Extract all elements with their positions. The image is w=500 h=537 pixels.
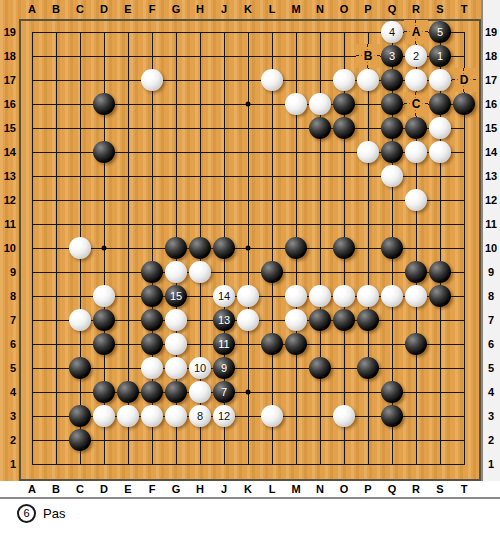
bottom-coordinate-label: L	[263, 483, 281, 496]
variation-letter-D[interactable]: D	[452, 68, 476, 92]
right-coordinate-label: 3	[483, 409, 499, 423]
top-coordinate-label: C	[71, 1, 89, 17]
bottom-coordinate-label: A	[23, 483, 41, 496]
stone-white	[405, 189, 427, 211]
stone-black	[93, 309, 115, 331]
stone-black	[381, 381, 403, 403]
right-coordinate-label: 8	[483, 289, 499, 303]
stone-white: 2	[405, 45, 427, 67]
stone-white: 4	[381, 21, 403, 43]
stone-black	[285, 333, 307, 355]
stone-black	[381, 117, 403, 139]
left-coordinate-label: 7	[0, 313, 16, 327]
stone-white	[405, 141, 427, 163]
stone-black	[93, 381, 115, 403]
bottom-coordinate-label: K	[239, 483, 257, 496]
left-coordinate-label: 4	[0, 385, 16, 399]
top-coordinate-label: D	[95, 1, 113, 17]
right-coordinate-label: 11	[483, 217, 499, 231]
stone-black	[69, 405, 91, 427]
stone-white	[285, 285, 307, 307]
top-coordinate-label: K	[239, 1, 257, 17]
left-coordinate-label: 14	[0, 145, 16, 159]
stone-white	[381, 285, 403, 307]
left-coordinate-label: 12	[0, 193, 16, 207]
stone-white	[165, 261, 187, 283]
move-number-label: 3	[381, 45, 403, 67]
grid-line-horizontal	[32, 440, 465, 441]
stone-black	[429, 261, 451, 283]
left-coordinate-label: 16	[0, 97, 16, 111]
top-coordinate-label: L	[263, 1, 281, 17]
stone-black	[405, 117, 427, 139]
stone-white	[189, 381, 211, 403]
stone-black: 5	[429, 21, 451, 43]
bottom-coordinate-label: T	[455, 483, 473, 496]
stone-black	[381, 141, 403, 163]
stone-black	[381, 93, 403, 115]
right-coordinate-label: 15	[483, 121, 499, 135]
move-number-label: 5	[429, 21, 451, 43]
stone-white	[141, 357, 163, 379]
move-number-label: 14	[213, 285, 235, 307]
top-coordinate-label: S	[431, 1, 449, 17]
right-coordinate-label: 13	[483, 169, 499, 183]
right-coordinate-label: 17	[483, 73, 499, 87]
pass-move-circle: 6	[17, 504, 36, 523]
stone-black	[309, 309, 331, 331]
variation-letter-label: C	[410, 98, 423, 111]
stone-white: 8	[189, 405, 211, 427]
go-board-window: 6 Pas ABCD45321151413111097812AABBCCDDEE…	[0, 0, 500, 537]
stone-black	[405, 333, 427, 355]
stone-black: 9	[213, 357, 235, 379]
stone-white	[93, 405, 115, 427]
stone-black: 15	[165, 285, 187, 307]
stone-black	[189, 237, 211, 259]
left-coordinate-label: 8	[0, 289, 16, 303]
left-coordinate-label: 5	[0, 361, 16, 375]
right-coordinate-label: 2	[483, 433, 499, 447]
pass-move-annotation: 6 Pas	[17, 503, 65, 523]
bottom-coordinate-label: Q	[383, 483, 401, 496]
stone-white: 14	[213, 285, 235, 307]
top-coordinate-label: H	[191, 1, 209, 17]
stone-black	[429, 285, 451, 307]
top-coordinate-label: E	[119, 1, 137, 17]
stone-white	[357, 141, 379, 163]
star-point	[246, 246, 251, 251]
right-coordinate-label: 7	[483, 313, 499, 327]
move-number-label: 7	[213, 381, 235, 403]
stone-black	[93, 333, 115, 355]
variation-letter-A[interactable]: A	[404, 20, 428, 44]
stone-black	[213, 237, 235, 259]
star-point	[246, 102, 251, 107]
stone-black	[93, 93, 115, 115]
variation-letter-B[interactable]: B	[356, 44, 380, 68]
stone-black: 7	[213, 381, 235, 403]
stone-black	[165, 237, 187, 259]
right-coordinate-label: 5	[483, 361, 499, 375]
variation-letter-label: D	[458, 74, 471, 87]
stone-black	[357, 309, 379, 331]
top-coordinate-label: N	[311, 1, 329, 17]
left-coordinate-label: 17	[0, 73, 16, 87]
move-number-label: 10	[189, 357, 211, 379]
stone-white	[429, 117, 451, 139]
right-coordinate-label: 19	[483, 25, 499, 39]
variation-letter-label: B	[362, 50, 375, 63]
bottom-coordinate-label: F	[143, 483, 161, 496]
right-coordinate-label: 16	[483, 97, 499, 111]
variation-letter-label: A	[410, 26, 423, 39]
right-coordinate-label: 4	[483, 385, 499, 399]
stone-black	[333, 237, 355, 259]
grid-line-vertical	[272, 32, 273, 465]
bottom-coordinate-label: C	[71, 483, 89, 496]
stone-white	[429, 69, 451, 91]
stone-black	[381, 69, 403, 91]
right-coordinate-label: 6	[483, 337, 499, 351]
move-number-label: 4	[381, 21, 403, 43]
stone-black	[357, 357, 379, 379]
stone-black	[261, 261, 283, 283]
stone-black	[405, 261, 427, 283]
right-coordinate-label: 10	[483, 241, 499, 255]
top-coordinate-label: P	[359, 1, 377, 17]
left-coordinate-label: 19	[0, 25, 16, 39]
bottom-coordinate-label: M	[287, 483, 305, 496]
top-coordinate-label: M	[287, 1, 305, 17]
stone-black	[333, 93, 355, 115]
bottom-coordinate-label: O	[335, 483, 353, 496]
stone-white	[117, 405, 139, 427]
top-coordinate-label: R	[407, 1, 425, 17]
stone-black	[309, 117, 331, 139]
move-number-label: 11	[213, 333, 235, 355]
stone-white	[333, 405, 355, 427]
move-number-label: 9	[213, 357, 235, 379]
left-coordinate-label: 3	[0, 409, 16, 423]
stone-black	[381, 237, 403, 259]
stone-black: 3	[381, 45, 403, 67]
stone-black	[69, 357, 91, 379]
stone-black	[141, 261, 163, 283]
right-coordinate-label: 1	[483, 457, 499, 471]
stone-white	[429, 141, 451, 163]
grid-line-vertical	[368, 32, 369, 465]
stone-white	[69, 237, 91, 259]
stone-white	[285, 93, 307, 115]
stone-white	[357, 285, 379, 307]
bottom-divider	[0, 497, 500, 499]
stone-black	[141, 285, 163, 307]
bottom-coordinate-label: R	[407, 483, 425, 496]
stone-white	[309, 93, 331, 115]
stone-black	[381, 405, 403, 427]
stone-black	[333, 309, 355, 331]
top-coordinate-label: J	[215, 1, 233, 17]
stone-white	[69, 309, 91, 331]
bottom-coordinate-label: P	[359, 483, 377, 496]
star-point	[102, 246, 107, 251]
bottom-coordinate-label: H	[191, 483, 209, 496]
top-coordinate-label: T	[455, 1, 473, 17]
top-coordinate-label: O	[335, 1, 353, 17]
left-coordinate-label: 6	[0, 337, 16, 351]
stone-white	[357, 69, 379, 91]
stone-white	[333, 285, 355, 307]
right-coordinate-label: 14	[483, 145, 499, 159]
stone-white	[189, 261, 211, 283]
stone-white	[405, 285, 427, 307]
bottom-coordinate-label: S	[431, 483, 449, 496]
stone-white	[165, 309, 187, 331]
stone-black	[141, 333, 163, 355]
stone-white	[405, 69, 427, 91]
stone-white	[165, 333, 187, 355]
stone-white	[285, 309, 307, 331]
stone-black	[93, 141, 115, 163]
stone-black	[285, 237, 307, 259]
stone-white	[381, 165, 403, 187]
move-number-label: 12	[213, 405, 235, 427]
top-coordinate-label: A	[23, 1, 41, 17]
stone-white	[93, 285, 115, 307]
stone-white	[333, 69, 355, 91]
stone-black	[117, 381, 139, 403]
stone-white	[237, 309, 259, 331]
stone-black	[333, 117, 355, 139]
stone-black: 13	[213, 309, 235, 331]
stone-white	[261, 69, 283, 91]
bottom-coordinate-label: B	[47, 483, 65, 496]
star-point	[246, 390, 251, 395]
grid-line-horizontal	[32, 272, 465, 273]
top-coordinate-label: F	[143, 1, 161, 17]
move-number-label: 13	[213, 309, 235, 331]
bottom-coordinate-label: J	[215, 483, 233, 496]
move-number-label: 1	[429, 45, 451, 67]
top-coordinate-label: G	[167, 1, 185, 17]
stone-black	[261, 333, 283, 355]
bottom-coordinate-label: N	[311, 483, 329, 496]
grid-line-horizontal	[32, 368, 465, 369]
move-number-label: 2	[405, 45, 427, 67]
stone-white	[165, 405, 187, 427]
bottom-coordinate-label: G	[167, 483, 185, 496]
stone-white	[141, 405, 163, 427]
stone-black	[141, 381, 163, 403]
stone-white	[309, 285, 331, 307]
stone-white	[141, 69, 163, 91]
left-coordinate-label: 18	[0, 49, 16, 63]
left-coordinate-label: 15	[0, 121, 16, 135]
stone-white	[237, 285, 259, 307]
stone-black: 11	[213, 333, 235, 355]
stone-black	[69, 429, 91, 451]
stone-white: 12	[213, 405, 235, 427]
stone-black	[309, 357, 331, 379]
move-number-label: 8	[189, 405, 211, 427]
top-coordinate-label: B	[47, 1, 65, 17]
stone-white	[165, 357, 187, 379]
top-coordinate-label: Q	[383, 1, 401, 17]
stone-black: 1	[429, 45, 451, 67]
stone-black	[141, 309, 163, 331]
variation-letter-C[interactable]: C	[404, 92, 428, 116]
left-coordinate-label: 2	[0, 433, 16, 447]
pass-move-label: Pas	[43, 506, 65, 521]
bottom-coordinate-label: E	[119, 483, 137, 496]
stone-white	[261, 405, 283, 427]
right-coordinate-label: 18	[483, 49, 499, 63]
left-coordinate-label: 1	[0, 457, 16, 471]
left-coordinate-label: 9	[0, 265, 16, 279]
left-coordinate-label: 11	[0, 217, 16, 231]
bottom-coordinate-label: D	[95, 483, 113, 496]
left-coordinate-label: 10	[0, 241, 16, 255]
move-number-label: 15	[165, 285, 187, 307]
left-coordinate-label: 13	[0, 169, 16, 183]
right-coordinate-label: 12	[483, 193, 499, 207]
right-coordinate-label: 9	[483, 265, 499, 279]
stone-black	[429, 93, 451, 115]
grid-line-horizontal	[32, 464, 465, 465]
stone-black	[165, 381, 187, 403]
stone-white: 10	[189, 357, 211, 379]
stone-black	[453, 93, 475, 115]
